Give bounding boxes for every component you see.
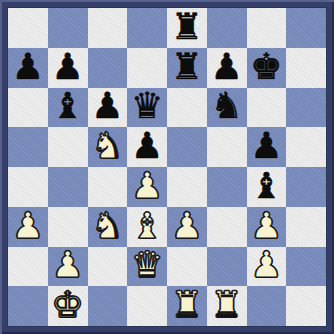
- square-a7[interactable]: ♟: [8, 48, 48, 88]
- piece-black-pawn: ♟: [12, 49, 44, 85]
- square-b8[interactable]: [48, 8, 88, 48]
- piece-black-bishop: ♝: [51, 88, 83, 124]
- piece-white-pawn: ♟: [12, 208, 44, 244]
- piece-black-knight: ♞: [210, 88, 242, 124]
- piece-black-pawn: ♟: [250, 128, 282, 164]
- square-d2[interactable]: ♛: [127, 247, 167, 287]
- square-f7[interactable]: ♟: [207, 48, 247, 88]
- board-frame: ♜♟♟♜♟♚♝♟♛♞♞♟♟♟♝♟♞♝♟♟♟♛♟♚♜♜: [0, 0, 334, 334]
- square-h3[interactable]: [286, 207, 326, 247]
- square-h1[interactable]: [286, 286, 326, 326]
- square-e8[interactable]: ♜: [167, 8, 207, 48]
- square-h4[interactable]: [286, 167, 326, 207]
- piece-black-pawn: ♟: [91, 88, 123, 124]
- square-g2[interactable]: ♟: [247, 247, 287, 287]
- square-b1[interactable]: ♚: [48, 286, 88, 326]
- square-f1[interactable]: ♜: [207, 286, 247, 326]
- piece-black-pawn: ♟: [210, 49, 242, 85]
- square-g6[interactable]: [247, 88, 287, 128]
- square-g4[interactable]: ♝: [247, 167, 287, 207]
- square-b3[interactable]: [48, 207, 88, 247]
- piece-white-rook: ♜: [171, 287, 203, 323]
- square-d8[interactable]: [127, 8, 167, 48]
- square-g8[interactable]: [247, 8, 287, 48]
- square-e2[interactable]: [167, 247, 207, 287]
- piece-black-king: ♚: [250, 49, 282, 85]
- square-a2[interactable]: [8, 247, 48, 287]
- piece-white-pawn: ♟: [131, 168, 163, 204]
- square-e6[interactable]: [167, 88, 207, 128]
- piece-black-queen: ♛: [131, 88, 163, 124]
- piece-white-rook: ♜: [210, 287, 242, 323]
- piece-black-rook: ♜: [171, 9, 203, 45]
- square-c6[interactable]: ♟: [88, 88, 128, 128]
- square-a8[interactable]: [8, 8, 48, 48]
- square-g1[interactable]: [247, 286, 287, 326]
- square-f6[interactable]: ♞: [207, 88, 247, 128]
- square-d4[interactable]: ♟: [127, 167, 167, 207]
- square-d6[interactable]: ♛: [127, 88, 167, 128]
- piece-black-rook: ♜: [171, 49, 203, 85]
- piece-white-pawn: ♟: [171, 208, 203, 244]
- square-d7[interactable]: [127, 48, 167, 88]
- piece-white-queen: ♛: [131, 247, 163, 283]
- square-e7[interactable]: ♜: [167, 48, 207, 88]
- piece-black-pawn: ♟: [51, 49, 83, 85]
- square-f5[interactable]: [207, 127, 247, 167]
- chess-board: ♜♟♟♜♟♚♝♟♛♞♞♟♟♟♝♟♞♝♟♟♟♛♟♚♜♜: [8, 8, 326, 326]
- square-h2[interactable]: [286, 247, 326, 287]
- square-h8[interactable]: [286, 8, 326, 48]
- square-g5[interactable]: ♟: [247, 127, 287, 167]
- square-f2[interactable]: [207, 247, 247, 287]
- square-c1[interactable]: [88, 286, 128, 326]
- piece-black-bishop: ♝: [250, 168, 282, 204]
- square-f3[interactable]: [207, 207, 247, 247]
- square-h6[interactable]: [286, 88, 326, 128]
- square-b7[interactable]: ♟: [48, 48, 88, 88]
- square-c8[interactable]: [88, 8, 128, 48]
- square-e1[interactable]: ♜: [167, 286, 207, 326]
- square-a5[interactable]: [8, 127, 48, 167]
- square-f8[interactable]: [207, 8, 247, 48]
- square-a6[interactable]: [8, 88, 48, 128]
- square-c7[interactable]: [88, 48, 128, 88]
- piece-white-king: ♚: [51, 287, 83, 323]
- square-c3[interactable]: ♞: [88, 207, 128, 247]
- piece-white-knight: ♞: [91, 208, 123, 244]
- square-b2[interactable]: ♟: [48, 247, 88, 287]
- square-b4[interactable]: [48, 167, 88, 207]
- piece-white-pawn: ♟: [250, 247, 282, 283]
- square-h5[interactable]: [286, 127, 326, 167]
- square-g7[interactable]: ♚: [247, 48, 287, 88]
- square-e4[interactable]: [167, 167, 207, 207]
- square-d3[interactable]: ♝: [127, 207, 167, 247]
- square-g3[interactable]: ♟: [247, 207, 287, 247]
- square-b5[interactable]: [48, 127, 88, 167]
- piece-black-pawn: ♟: [131, 128, 163, 164]
- square-c5[interactable]: ♞: [88, 127, 128, 167]
- piece-white-pawn: ♟: [51, 247, 83, 283]
- square-a3[interactable]: ♟: [8, 207, 48, 247]
- square-a1[interactable]: [8, 286, 48, 326]
- square-c4[interactable]: [88, 167, 128, 207]
- square-d5[interactable]: ♟: [127, 127, 167, 167]
- square-a4[interactable]: [8, 167, 48, 207]
- square-f4[interactable]: [207, 167, 247, 207]
- square-c2[interactable]: [88, 247, 128, 287]
- square-h7[interactable]: [286, 48, 326, 88]
- piece-white-bishop: ♝: [131, 208, 163, 244]
- square-b6[interactable]: ♝: [48, 88, 88, 128]
- square-d1[interactable]: [127, 286, 167, 326]
- piece-white-knight: ♞: [91, 128, 123, 164]
- square-e5[interactable]: [167, 127, 207, 167]
- square-e3[interactable]: ♟: [167, 207, 207, 247]
- piece-white-pawn: ♟: [250, 208, 282, 244]
